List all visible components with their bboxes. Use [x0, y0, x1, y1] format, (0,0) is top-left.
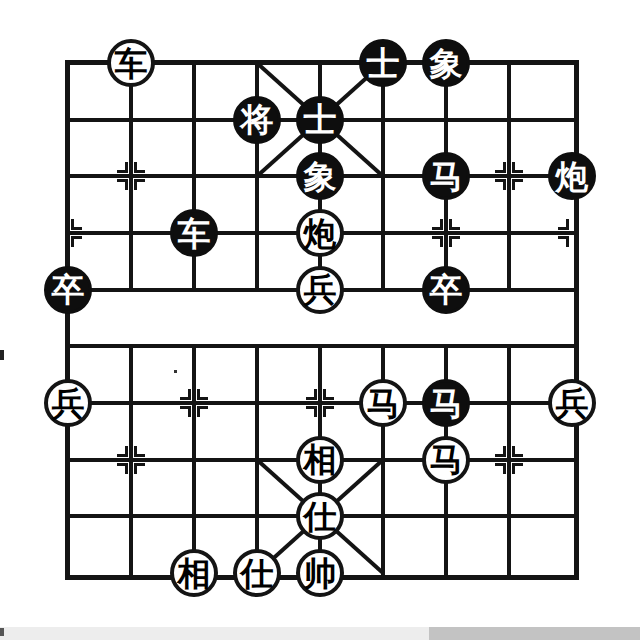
board-cell	[196, 405, 259, 462]
board-cell	[259, 348, 322, 405]
scan-speck	[174, 370, 177, 373]
board-cell	[511, 518, 574, 575]
board-cell	[511, 292, 574, 349]
piece-black-soldier[interactable]: 卒	[44, 266, 92, 314]
piece-red-general[interactable]: 帅	[296, 549, 344, 597]
scanner-bar-right	[429, 627, 640, 640]
xiangqi-board: 车士象将士象马炮车炮卒兵卒兵马马兵相马仕相仕帅	[65, 60, 579, 580]
board-cell	[385, 518, 448, 575]
piece-black-elephant[interactable]: 象	[296, 152, 344, 200]
board-cell	[511, 65, 574, 122]
piece-red-advisor[interactable]: 仕	[296, 492, 344, 540]
board-cell	[448, 518, 511, 575]
piece-black-elephant[interactable]: 象	[422, 39, 470, 87]
piece-black-advisor[interactable]: 士	[296, 96, 344, 144]
screenshot-root: 车士象将士象马炮车炮卒兵卒兵马马兵相马仕相仕帅	[0, 0, 640, 640]
piece-black-horse[interactable]: 马	[422, 152, 470, 200]
board-cell	[133, 348, 196, 405]
piece-red-elephant[interactable]: 相	[170, 549, 218, 597]
scanner-bar-left	[0, 627, 429, 640]
board-cell	[70, 122, 133, 179]
piece-red-soldier[interactable]: 兵	[548, 379, 596, 427]
piece-red-elephant[interactable]: 相	[296, 436, 344, 484]
board-cell	[196, 292, 259, 349]
piece-red-cannon[interactable]: 炮	[296, 209, 344, 257]
board-cell	[133, 405, 196, 462]
scan-speck	[0, 350, 4, 360]
board-cell	[70, 178, 133, 235]
piece-black-horse[interactable]: 马	[422, 379, 470, 427]
piece-black-rook[interactable]: 车	[170, 209, 218, 257]
board-cell	[511, 235, 574, 292]
piece-red-soldier[interactable]: 兵	[296, 266, 344, 314]
board-cell	[196, 348, 259, 405]
piece-black-soldier[interactable]: 卒	[422, 266, 470, 314]
board-cell	[133, 462, 196, 519]
board-cell	[133, 292, 196, 349]
piece-red-horse[interactable]: 马	[359, 379, 407, 427]
piece-red-rook[interactable]: 车	[107, 39, 155, 87]
piece-red-horse[interactable]: 马	[422, 436, 470, 484]
piece-red-soldier[interactable]: 兵	[44, 379, 92, 427]
board-cell	[70, 518, 133, 575]
board-cell	[196, 462, 259, 519]
piece-black-cannon[interactable]: 炮	[548, 152, 596, 200]
board-cell	[511, 462, 574, 519]
scan-speck	[0, 628, 4, 636]
piece-black-advisor[interactable]: 士	[359, 39, 407, 87]
board-cell	[70, 462, 133, 519]
board-cell	[133, 122, 196, 179]
piece-red-advisor[interactable]: 仕	[233, 549, 281, 597]
piece-black-general[interactable]: 将	[233, 96, 281, 144]
